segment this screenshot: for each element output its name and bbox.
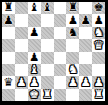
square-g3[interactable] xyxy=(79,64,92,76)
chess-board: ♜♝♝♜♚♟♟♟♟♟♞♞♛♟♝♞♛♟♟♟♟♟♚♜♜ xyxy=(2,2,105,101)
square-e1[interactable] xyxy=(54,89,67,101)
piece-black-rook: ♜ xyxy=(3,2,13,14)
square-g1[interactable] xyxy=(79,89,92,101)
square-b6[interactable] xyxy=(15,27,28,39)
square-g4[interactable] xyxy=(79,52,92,64)
square-f2[interactable]: ♟ xyxy=(66,76,79,88)
square-f1[interactable] xyxy=(66,89,79,101)
piece-black-bishop: ♝ xyxy=(42,2,52,14)
square-d8[interactable]: ♝ xyxy=(41,2,54,14)
piece-black-pawn: ♟ xyxy=(29,52,39,64)
piece-black-bishop: ♝ xyxy=(29,2,39,14)
square-d7[interactable] xyxy=(41,14,54,26)
square-f7[interactable]: ♟ xyxy=(66,14,79,26)
square-c5[interactable] xyxy=(28,39,41,51)
square-h4[interactable] xyxy=(92,52,105,64)
square-b2[interactable]: ♟ xyxy=(15,76,28,88)
piece-black-pawn: ♟ xyxy=(29,27,39,39)
square-f8[interactable]: ♜ xyxy=(66,2,79,14)
square-g8[interactable] xyxy=(79,2,92,14)
square-c7[interactable] xyxy=(28,14,41,26)
piece-white-pawn: ♟ xyxy=(16,77,26,89)
square-d4[interactable] xyxy=(41,52,54,64)
square-g5[interactable] xyxy=(79,39,92,51)
square-c4[interactable]: ♟ xyxy=(28,52,41,64)
piece-black-pawn: ♟ xyxy=(93,15,103,27)
piece-white-pawn: ♟ xyxy=(93,77,103,89)
square-h8[interactable]: ♚ xyxy=(92,2,105,14)
piece-black-knight: ♞ xyxy=(68,27,78,39)
square-a6[interactable] xyxy=(2,27,15,39)
square-h2[interactable]: ♟ xyxy=(92,76,105,88)
square-d2[interactable] xyxy=(41,76,54,88)
square-a2[interactable]: ♛ xyxy=(2,76,15,88)
square-c8[interactable]: ♝ xyxy=(28,2,41,14)
square-h6[interactable]: ♞ xyxy=(92,27,105,39)
square-g2[interactable]: ♟ xyxy=(79,76,92,88)
piece-white-rook: ♜ xyxy=(42,89,52,101)
square-e4[interactable] xyxy=(54,52,67,64)
square-e6[interactable] xyxy=(54,27,67,39)
piece-white-pawn: ♟ xyxy=(68,77,78,89)
square-d5[interactable] xyxy=(41,39,54,51)
square-g7[interactable]: ♟ xyxy=(79,14,92,26)
square-g6[interactable] xyxy=(79,27,92,39)
chess-board-frame: ♜♝♝♜♚♟♟♟♟♟♞♞♛♟♝♞♛♟♟♟♟♟♚♜♜ xyxy=(0,0,108,105)
piece-white-bishop: ♝ xyxy=(29,64,39,76)
square-d1[interactable]: ♜ xyxy=(41,89,54,101)
square-a8[interactable]: ♜ xyxy=(2,2,15,14)
piece-black-rook: ♜ xyxy=(68,2,78,14)
square-a5[interactable] xyxy=(2,39,15,51)
piece-white-rook: ♜ xyxy=(93,89,103,101)
square-d6[interactable] xyxy=(41,27,54,39)
piece-white-knight: ♞ xyxy=(68,64,78,76)
square-h3[interactable] xyxy=(92,64,105,76)
square-c2[interactable]: ♟ xyxy=(28,76,41,88)
square-b8[interactable] xyxy=(15,2,28,14)
square-c1[interactable]: ♚ xyxy=(28,89,41,101)
square-b1[interactable] xyxy=(15,89,28,101)
square-d3[interactable] xyxy=(41,64,54,76)
square-f5[interactable] xyxy=(66,39,79,51)
piece-black-queen: ♛ xyxy=(3,77,13,89)
piece-black-pawn: ♟ xyxy=(81,15,91,27)
square-a3[interactable] xyxy=(2,64,15,76)
piece-white-king: ♚ xyxy=(29,89,39,101)
piece-black-pawn: ♟ xyxy=(3,15,13,27)
piece-black-pawn: ♟ xyxy=(68,15,78,27)
piece-white-knight: ♞ xyxy=(93,27,103,39)
square-c6[interactable]: ♟ xyxy=(28,27,41,39)
square-a4[interactable] xyxy=(2,52,15,64)
square-h1[interactable]: ♜ xyxy=(92,89,105,101)
piece-white-queen: ♛ xyxy=(93,40,103,52)
square-b4[interactable] xyxy=(15,52,28,64)
square-a1[interactable] xyxy=(2,89,15,101)
square-e8[interactable] xyxy=(54,2,67,14)
square-f4[interactable] xyxy=(66,52,79,64)
square-e3[interactable] xyxy=(54,64,67,76)
piece-white-pawn: ♟ xyxy=(81,77,91,89)
square-b5[interactable] xyxy=(15,39,28,51)
square-e2[interactable] xyxy=(54,76,67,88)
square-a7[interactable]: ♟ xyxy=(2,14,15,26)
square-e7[interactable] xyxy=(54,14,67,26)
square-h7[interactable]: ♟ xyxy=(92,14,105,26)
square-e5[interactable] xyxy=(54,39,67,51)
square-f3[interactable]: ♞ xyxy=(66,64,79,76)
square-h5[interactable]: ♛ xyxy=(92,39,105,51)
square-b3[interactable] xyxy=(15,64,28,76)
piece-white-pawn: ♟ xyxy=(29,77,39,89)
square-c3[interactable]: ♝ xyxy=(28,64,41,76)
square-f6[interactable]: ♞ xyxy=(66,27,79,39)
piece-black-king: ♚ xyxy=(93,2,103,14)
square-b7[interactable] xyxy=(15,14,28,26)
